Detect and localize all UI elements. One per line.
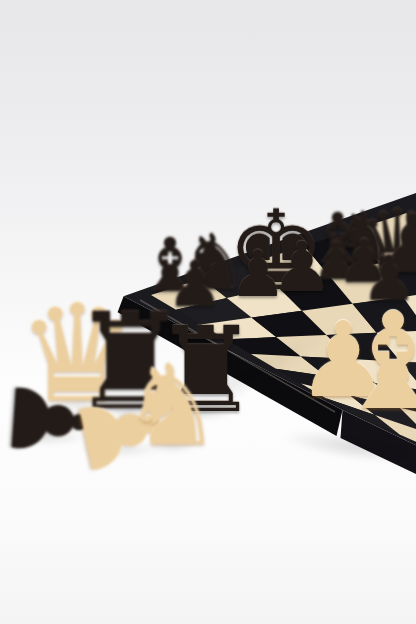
cream-knight-offboard: ♞ [122, 349, 222, 461]
black-pawn-b7: ♟ [229, 242, 286, 306]
chess-still-life-photo: ♞♝♛♟♟♟♞♚♝♟♟♟♟♟♛♝♜♜♟♟♞ [0, 0, 416, 624]
board-front-face [341, 410, 416, 624]
cream-bishop-b2: ♝ [333, 295, 416, 429]
